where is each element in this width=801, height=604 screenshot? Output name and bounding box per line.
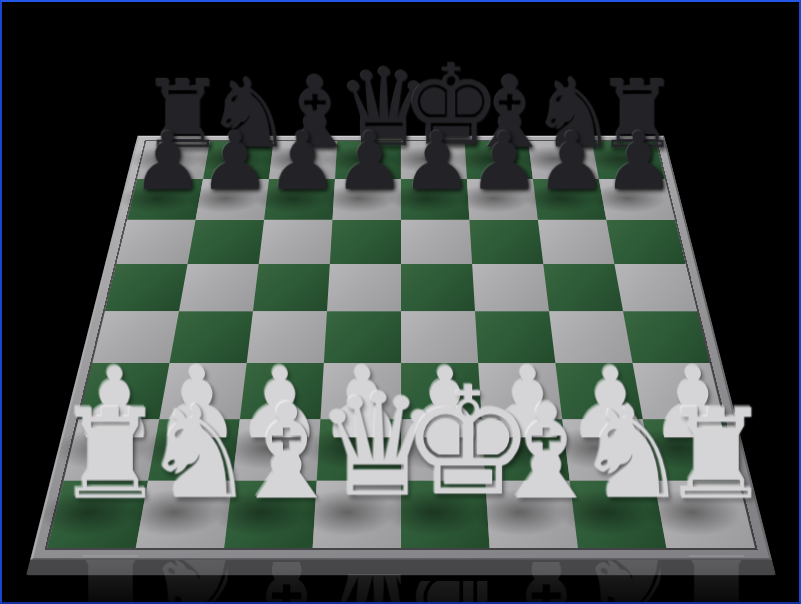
square-b1[interactable]: ♞♞ xyxy=(135,481,232,548)
square-g1[interactable]: ♞♞ xyxy=(569,481,666,548)
piece-black-pawn-a7[interactable]: ♟ xyxy=(131,121,198,201)
piece-white-rook-a1[interactable]: ♜ xyxy=(54,393,141,517)
square-f1[interactable]: ♝♝ xyxy=(485,481,578,548)
square-a6[interactable] xyxy=(116,220,195,264)
piece-white-bishop-f1[interactable]: ♝ xyxy=(487,386,574,517)
piece-black-pawn-e7[interactable]: ♟ xyxy=(401,121,468,201)
square-d7[interactable]: ♟♟ xyxy=(332,179,400,220)
square-c5[interactable] xyxy=(252,264,329,312)
square-f6[interactable] xyxy=(469,220,543,264)
square-e5[interactable] xyxy=(401,264,475,312)
piece-black-pawn-h7[interactable]: ♟ xyxy=(602,121,669,201)
square-f7[interactable]: ♟♟ xyxy=(466,179,537,220)
square-a7[interactable]: ♟♟ xyxy=(127,179,203,220)
piece-white-queen-d1[interactable]: ♛ xyxy=(314,374,401,517)
piece-black-pawn-g7[interactable]: ♟ xyxy=(535,121,602,201)
piece-white-rook-h1[interactable]: ♜ xyxy=(660,393,747,517)
square-a5[interactable] xyxy=(104,264,187,312)
piece-black-pawn-f7[interactable]: ♟ xyxy=(468,121,535,201)
square-e1[interactable]: ♚♚ xyxy=(401,481,489,548)
square-h5[interactable] xyxy=(614,264,697,312)
square-c7[interactable]: ♟♟ xyxy=(264,179,335,220)
square-f5[interactable] xyxy=(472,264,549,312)
square-h7[interactable]: ♟♟ xyxy=(598,179,674,220)
piece-black-pawn-c7[interactable]: ♟ xyxy=(266,121,333,201)
square-h1[interactable]: ♜♜ xyxy=(654,481,755,548)
square-b5[interactable] xyxy=(178,264,258,312)
piece-white-bishop-c1[interactable]: ♝ xyxy=(227,386,314,517)
square-d5[interactable] xyxy=(326,264,400,312)
chess-app-window: ♜♜♞♞♝♝♛♛♚♚♝♝♞♞♜♜♟♟♟♟♟♟♟♟♟♟♟♟♟♟♟♟♟♟♟♟♟♟♟♟… xyxy=(0,0,801,604)
piece-black-pawn-b7[interactable]: ♟ xyxy=(199,121,266,201)
square-b6[interactable] xyxy=(187,220,263,264)
piece-black-pawn-d7[interactable]: ♟ xyxy=(333,121,400,201)
square-b7[interactable]: ♟♟ xyxy=(195,179,268,220)
square-d1[interactable]: ♛♛ xyxy=(312,481,400,548)
square-g6[interactable] xyxy=(537,220,613,264)
square-c1[interactable]: ♝♝ xyxy=(224,481,317,548)
board-3d-scene: ♜♜♞♞♝♝♛♛♚♚♝♝♞♞♜♜♟♟♟♟♟♟♟♟♟♟♟♟♟♟♟♟♟♟♟♟♟♟♟♟… xyxy=(2,2,799,602)
square-g5[interactable] xyxy=(543,264,623,312)
square-d6[interactable] xyxy=(329,220,400,264)
square-a1[interactable]: ♜♜ xyxy=(47,481,148,548)
board-tilt-group: ♜♜♞♞♝♝♛♛♚♚♝♝♞♞♜♜♟♟♟♟♟♟♟♟♟♟♟♟♟♟♟♟♟♟♟♟♟♟♟♟… xyxy=(30,136,772,560)
piece-white-knight-g1[interactable]: ♞ xyxy=(574,388,661,517)
square-c6[interactable] xyxy=(258,220,332,264)
square-h6[interactable] xyxy=(606,220,685,264)
square-e6[interactable] xyxy=(401,220,472,264)
piece-white-king-e1[interactable]: ♚ xyxy=(401,367,488,517)
piece-white-knight-b1[interactable]: ♞ xyxy=(141,388,228,517)
chess-board: ♜♜♞♞♝♝♛♛♚♚♝♝♞♞♜♜♟♟♟♟♟♟♟♟♟♟♟♟♟♟♟♟♟♟♟♟♟♟♟♟… xyxy=(47,141,755,548)
square-e7[interactable]: ♟♟ xyxy=(401,179,469,220)
square-g7[interactable]: ♟♟ xyxy=(532,179,605,220)
